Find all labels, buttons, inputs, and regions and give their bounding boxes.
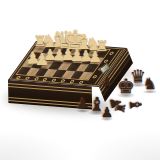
chess-set-photo: ♜♞♝♛♚♝♞♜♟♟♟♟♟♟♟♟♟♝♟♚♛♞♟♜♝♟	[0, 0, 160, 160]
chess-piece-white-pawn: ♟	[88, 50, 101, 65]
chess-piece-black-bishop: ♝	[126, 97, 143, 113]
chess-piece-black-pawn: ♟	[101, 105, 114, 119]
chess-piece-black-pawn: ♟	[101, 75, 113, 88]
chess-piece-black-rook: ♜	[113, 101, 128, 115]
pieces-layer: ♜♞♝♛♚♝♞♜♟♟♟♟♟♟♟♟♟♝♟♚♛♞♟♜♝♟	[0, 0, 160, 160]
chess-piece-white-pawn: ♟	[35, 52, 49, 68]
chess-piece-black-king: ♚	[117, 76, 135, 96]
chess-piece-black-knight: ♞	[143, 76, 157, 92]
